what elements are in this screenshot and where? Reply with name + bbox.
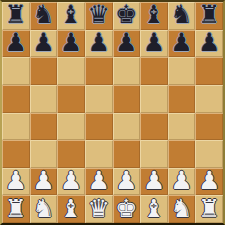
piece-black-king[interactable]: ♚ — [115, 2, 137, 27]
square-d8[interactable]: ♛ — [85, 2, 113, 30]
square-d7[interactable]: ♟ — [85, 30, 113, 58]
square-e5[interactable] — [113, 85, 141, 113]
square-a5[interactable] — [2, 85, 30, 113]
square-e1[interactable]: ♚ — [113, 195, 141, 223]
square-f6[interactable] — [140, 57, 168, 85]
square-c1[interactable]: ♝ — [57, 195, 85, 223]
square-h8[interactable]: ♜ — [195, 2, 223, 30]
square-g2[interactable]: ♟ — [168, 168, 196, 196]
square-g5[interactable] — [168, 85, 196, 113]
piece-black-pawn[interactable]: ♟ — [198, 30, 220, 55]
piece-black-bishop[interactable]: ♝ — [60, 2, 82, 27]
piece-white-pawn[interactable]: ♟ — [198, 168, 220, 193]
square-b5[interactable] — [30, 85, 58, 113]
piece-black-pawn[interactable]: ♟ — [115, 30, 137, 55]
square-g8[interactable]: ♞ — [168, 2, 196, 30]
square-a3[interactable] — [2, 140, 30, 168]
piece-white-rook[interactable]: ♜ — [5, 196, 27, 221]
piece-black-pawn[interactable]: ♟ — [32, 30, 54, 55]
piece-black-pawn[interactable]: ♟ — [87, 30, 109, 55]
square-d4[interactable] — [85, 113, 113, 141]
square-h2[interactable]: ♟ — [195, 168, 223, 196]
piece-white-pawn[interactable]: ♟ — [170, 168, 192, 193]
square-d6[interactable] — [85, 57, 113, 85]
piece-black-queen[interactable]: ♛ — [87, 2, 109, 27]
square-h7[interactable]: ♟ — [195, 30, 223, 58]
piece-black-pawn[interactable]: ♟ — [5, 30, 27, 55]
square-e7[interactable]: ♟ — [113, 30, 141, 58]
piece-white-pawn[interactable]: ♟ — [87, 168, 109, 193]
square-d2[interactable]: ♟ — [85, 168, 113, 196]
square-c4[interactable] — [57, 113, 85, 141]
square-e8[interactable]: ♚ — [113, 2, 141, 30]
square-b1[interactable]: ♞ — [30, 195, 58, 223]
piece-black-bishop[interactable]: ♝ — [143, 2, 165, 27]
square-e6[interactable] — [113, 57, 141, 85]
square-a6[interactable] — [2, 57, 30, 85]
piece-white-pawn[interactable]: ♟ — [115, 168, 137, 193]
square-g7[interactable]: ♟ — [168, 30, 196, 58]
chess-board: ♜♞♝♛♚♝♞♜♟♟♟♟♟♟♟♟♟♟♟♟♟♟♟♟♜♞♝♛♚♝♞♜ — [2, 2, 223, 223]
square-c6[interactable] — [57, 57, 85, 85]
square-e2[interactable]: ♟ — [113, 168, 141, 196]
square-g6[interactable] — [168, 57, 196, 85]
piece-black-rook[interactable]: ♜ — [5, 2, 27, 27]
square-g4[interactable] — [168, 113, 196, 141]
square-d5[interactable] — [85, 85, 113, 113]
piece-white-pawn[interactable]: ♟ — [5, 168, 27, 193]
piece-black-knight[interactable]: ♞ — [170, 2, 192, 27]
square-c8[interactable]: ♝ — [57, 2, 85, 30]
square-b8[interactable]: ♞ — [30, 2, 58, 30]
square-b4[interactable] — [30, 113, 58, 141]
piece-white-bishop[interactable]: ♝ — [143, 196, 165, 221]
square-f2[interactable]: ♟ — [140, 168, 168, 196]
square-b3[interactable] — [30, 140, 58, 168]
piece-white-knight[interactable]: ♞ — [170, 196, 192, 221]
square-b2[interactable]: ♟ — [30, 168, 58, 196]
square-a7[interactable]: ♟ — [2, 30, 30, 58]
square-h3[interactable] — [195, 140, 223, 168]
piece-black-knight[interactable]: ♞ — [32, 2, 54, 27]
piece-white-queen[interactable]: ♛ — [87, 196, 109, 221]
square-g1[interactable]: ♞ — [168, 195, 196, 223]
square-c3[interactable] — [57, 140, 85, 168]
square-a4[interactable] — [2, 113, 30, 141]
piece-white-bishop[interactable]: ♝ — [60, 196, 82, 221]
square-f4[interactable] — [140, 113, 168, 141]
square-c2[interactable]: ♟ — [57, 168, 85, 196]
square-g3[interactable] — [168, 140, 196, 168]
square-f5[interactable] — [140, 85, 168, 113]
square-c5[interactable] — [57, 85, 85, 113]
square-c7[interactable]: ♟ — [57, 30, 85, 58]
piece-white-pawn[interactable]: ♟ — [32, 168, 54, 193]
square-d3[interactable] — [85, 140, 113, 168]
square-e3[interactable] — [113, 140, 141, 168]
square-h4[interactable] — [195, 113, 223, 141]
square-h5[interactable] — [195, 85, 223, 113]
piece-white-pawn[interactable]: ♟ — [143, 168, 165, 193]
square-b6[interactable] — [30, 57, 58, 85]
square-d1[interactable]: ♛ — [85, 195, 113, 223]
square-f3[interactable] — [140, 140, 168, 168]
piece-black-pawn[interactable]: ♟ — [60, 30, 82, 55]
piece-black-rook[interactable]: ♜ — [198, 2, 220, 27]
square-f7[interactable]: ♟ — [140, 30, 168, 58]
square-h1[interactable]: ♜ — [195, 195, 223, 223]
square-e4[interactable] — [113, 113, 141, 141]
piece-white-king[interactable]: ♚ — [115, 196, 137, 221]
square-a1[interactable]: ♜ — [2, 195, 30, 223]
square-b7[interactable]: ♟ — [30, 30, 58, 58]
piece-black-pawn[interactable]: ♟ — [143, 30, 165, 55]
square-a8[interactable]: ♜ — [2, 2, 30, 30]
square-a2[interactable]: ♟ — [2, 168, 30, 196]
piece-white-pawn[interactable]: ♟ — [60, 168, 82, 193]
piece-white-rook[interactable]: ♜ — [198, 196, 220, 221]
square-h6[interactable] — [195, 57, 223, 85]
chess-board-frame: ♜♞♝♛♚♝♞♜♟♟♟♟♟♟♟♟♟♟♟♟♟♟♟♟♜♞♝♛♚♝♞♜ — [0, 0, 225, 225]
piece-white-knight[interactable]: ♞ — [32, 196, 54, 221]
square-f1[interactable]: ♝ — [140, 195, 168, 223]
square-f8[interactable]: ♝ — [140, 2, 168, 30]
piece-black-pawn[interactable]: ♟ — [170, 30, 192, 55]
